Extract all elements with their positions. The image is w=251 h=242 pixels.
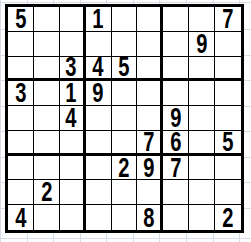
cell-r2c6[interactable] [137, 32, 163, 57]
given-digit: 9 [92, 81, 103, 106]
cell-r9c7[interactable] [163, 205, 189, 230]
cell-r4c7[interactable] [163, 81, 189, 106]
given-digit: 3 [66, 57, 77, 82]
cell-r9c3[interactable] [60, 205, 86, 230]
sudoku-board: 5179345319497652972482 [5, 4, 244, 233]
given-digit: 8 [143, 205, 154, 230]
cell-r1c8[interactable] [189, 7, 215, 32]
given-digit: 2 [222, 205, 233, 230]
cell-r8c9[interactable] [215, 180, 241, 205]
cell-r6c8[interactable] [189, 131, 215, 156]
cell-r5c5[interactable] [112, 106, 138, 131]
cell-r7c8[interactable] [189, 156, 215, 181]
cell-r2c3[interactable] [60, 32, 86, 57]
cell-r5c8[interactable] [189, 106, 215, 131]
cell-r7c5[interactable]: 2 [112, 156, 138, 181]
cell-r7c7[interactable]: 7 [163, 156, 189, 181]
cell-r4c9[interactable] [215, 81, 241, 106]
cell-r7c4[interactable] [86, 156, 112, 181]
cell-r1c4[interactable]: 1 [86, 7, 112, 32]
cell-r2c9[interactable] [215, 32, 241, 57]
cell-r2c5[interactable] [112, 32, 138, 57]
cell-r3c3[interactable]: 3 [60, 57, 86, 82]
cell-r7c3[interactable] [60, 156, 86, 181]
cell-r4c8[interactable] [189, 81, 215, 106]
cell-r5c4[interactable] [86, 106, 112, 131]
given-digit: 2 [118, 156, 129, 181]
given-digit: 1 [66, 81, 77, 106]
cell-r2c8[interactable]: 9 [189, 32, 215, 57]
given-digit: 7 [170, 156, 181, 181]
cell-r6c5[interactable] [112, 131, 138, 156]
given-digit: 7 [222, 7, 233, 32]
cell-r4c3[interactable]: 1 [60, 81, 86, 106]
cell-r9c1[interactable]: 4 [8, 205, 34, 230]
cell-r4c4[interactable]: 9 [86, 81, 112, 106]
given-digit: 9 [170, 106, 181, 131]
cell-r1c3[interactable] [60, 7, 86, 32]
cell-r9c5[interactable] [112, 205, 138, 230]
given-digit: 4 [15, 205, 26, 230]
cell-r2c7[interactable] [163, 32, 189, 57]
cell-r2c2[interactable] [34, 32, 60, 57]
cell-r1c7[interactable] [163, 7, 189, 32]
cell-r1c9[interactable]: 7 [215, 7, 241, 32]
cell-r7c1[interactable] [8, 156, 34, 181]
given-digit: 4 [92, 57, 103, 82]
given-digit: 5 [15, 7, 26, 32]
given-digit: 1 [92, 7, 103, 32]
cell-r5c7[interactable]: 9 [163, 106, 189, 131]
cell-r5c1[interactable] [8, 106, 34, 131]
cell-r3c1[interactable] [8, 57, 34, 82]
cell-r3c7[interactable] [163, 57, 189, 82]
given-digit: 2 [41, 180, 52, 205]
cell-r5c2[interactable] [34, 106, 60, 131]
cell-r1c6[interactable] [137, 7, 163, 32]
given-digit: 5 [222, 131, 233, 156]
cell-r8c1[interactable] [8, 180, 34, 205]
cell-r6c3[interactable] [60, 131, 86, 156]
given-digit: 6 [170, 131, 181, 156]
cell-r7c6[interactable]: 9 [137, 156, 163, 181]
spreadsheet-gridline [0, 0, 1, 242]
cell-r6c9[interactable]: 5 [215, 131, 241, 156]
cell-r1c2[interactable] [34, 7, 60, 32]
cell-r4c6[interactable] [137, 81, 163, 106]
cell-r9c8[interactable] [189, 205, 215, 230]
cell-r8c3[interactable] [60, 180, 86, 205]
spreadsheet-gridline [0, 238, 251, 239]
cell-r4c2[interactable] [34, 81, 60, 106]
cell-r3c6[interactable] [137, 57, 163, 82]
given-digit: 9 [143, 156, 154, 181]
cell-r5c9[interactable] [215, 106, 241, 131]
cell-r8c2[interactable]: 2 [34, 180, 60, 205]
cell-r6c7[interactable]: 6 [163, 131, 189, 156]
cell-r4c1[interactable]: 3 [8, 81, 34, 106]
given-digit: 5 [118, 57, 129, 82]
cell-r8c6[interactable] [137, 180, 163, 205]
cell-r5c6[interactable] [137, 106, 163, 131]
cell-r8c8[interactable] [189, 180, 215, 205]
cell-r9c2[interactable] [34, 205, 60, 230]
cell-r2c4[interactable] [86, 32, 112, 57]
cell-r3c9[interactable] [215, 57, 241, 82]
cell-r3c4[interactable]: 4 [86, 57, 112, 82]
cell-r3c8[interactable] [189, 57, 215, 82]
cell-r6c1[interactable] [8, 131, 34, 156]
cell-r8c4[interactable] [86, 180, 112, 205]
cell-r7c9[interactable] [215, 156, 241, 181]
cell-r8c5[interactable] [112, 180, 138, 205]
cell-r2c1[interactable] [8, 32, 34, 57]
sudoku-screenshot: 5179345319497652972482 [0, 0, 251, 242]
cell-r6c2[interactable] [34, 131, 60, 156]
cell-r9c9[interactable]: 2 [215, 205, 241, 230]
cell-r1c5[interactable] [112, 7, 138, 32]
cell-r1c1[interactable]: 5 [8, 7, 34, 32]
cell-r9c4[interactable] [86, 205, 112, 230]
cell-r6c4[interactable] [86, 131, 112, 156]
given-digit: 3 [15, 81, 26, 106]
cell-r9c6[interactable]: 8 [137, 205, 163, 230]
cell-r6c6[interactable]: 7 [137, 131, 163, 156]
cell-r3c5[interactable]: 5 [112, 57, 138, 82]
spreadsheet-gridline [0, 2, 251, 3]
given-digit: 7 [143, 131, 154, 156]
cell-r8c7[interactable] [163, 180, 189, 205]
cell-r7c2[interactable] [34, 156, 60, 181]
cell-r5c3[interactable]: 4 [60, 106, 86, 131]
given-digit: 9 [196, 32, 207, 57]
cell-r4c5[interactable] [112, 81, 138, 106]
given-digit: 4 [66, 106, 77, 131]
cell-r3c2[interactable] [34, 57, 60, 82]
